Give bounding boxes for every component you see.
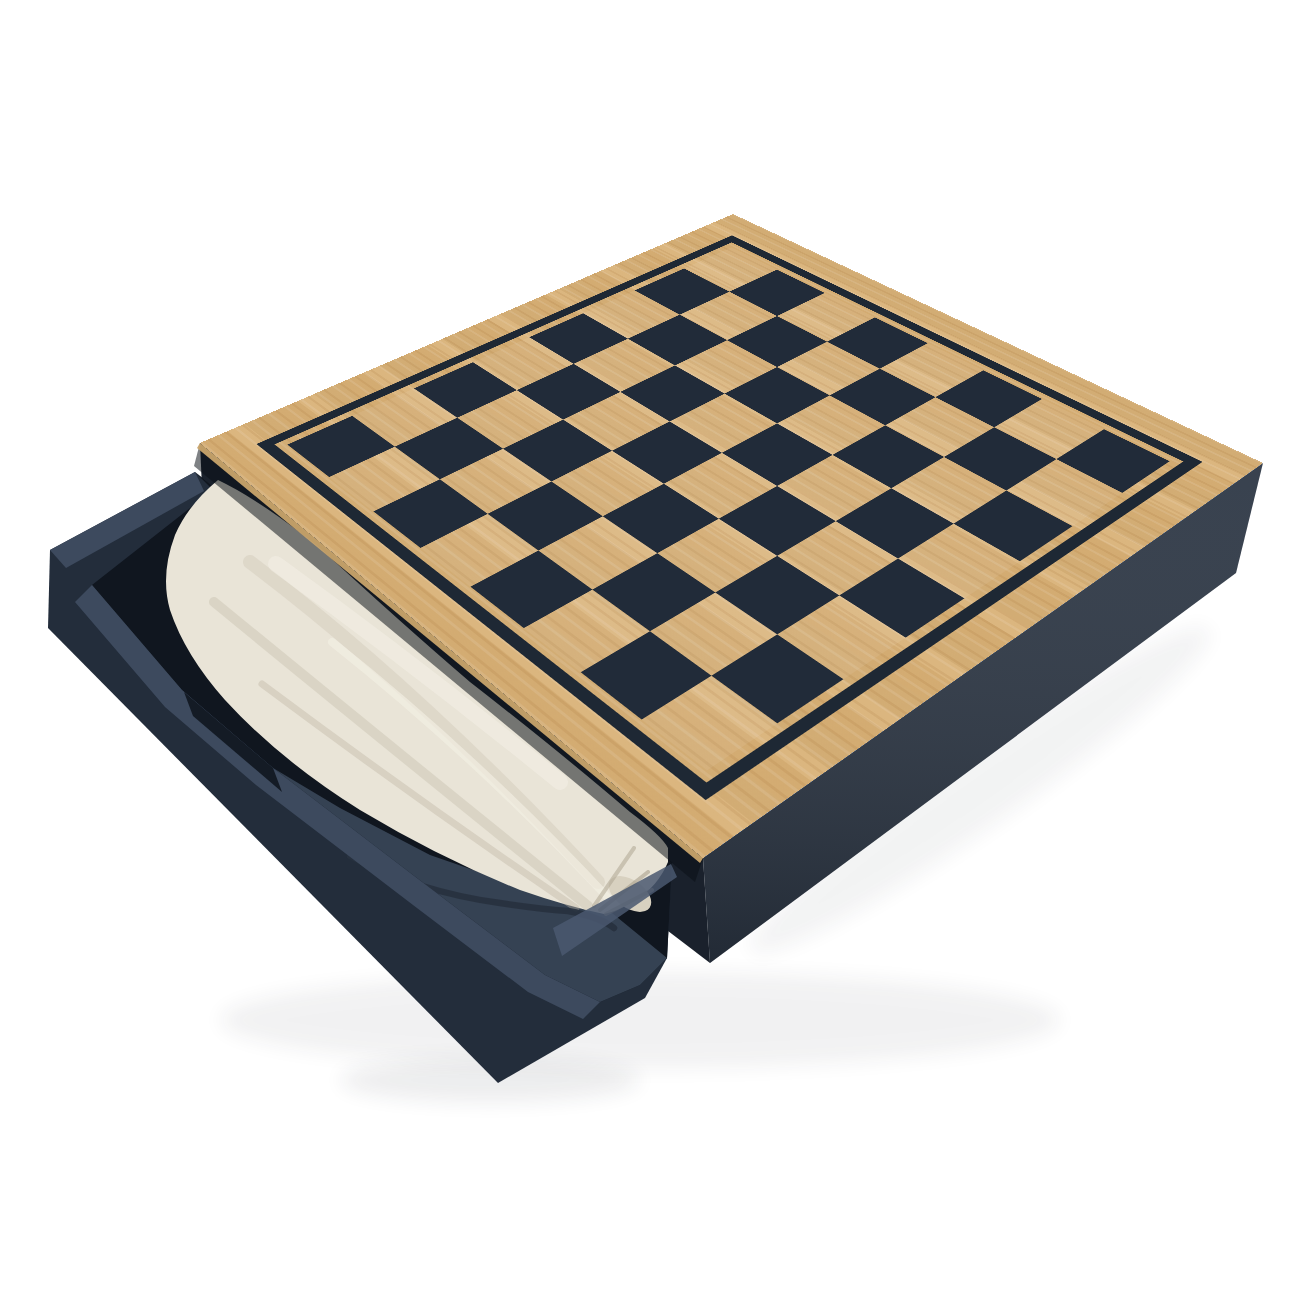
product-photo-scene (0, 0, 1305, 1305)
